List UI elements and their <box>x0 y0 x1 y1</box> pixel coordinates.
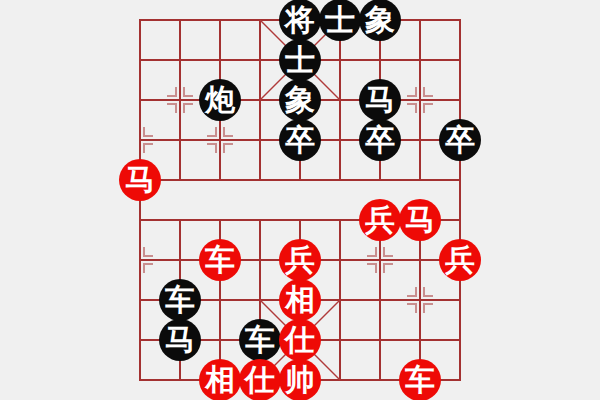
piece-black-soldier[interactable]: 卒 <box>279 119 321 161</box>
piece-red-chariot[interactable]: 车 <box>399 359 441 400</box>
piece-black-general[interactable]: 将 <box>279 0 321 41</box>
piece-black-horse[interactable]: 马 <box>359 79 401 121</box>
piece-red-advisor[interactable]: 仕 <box>279 319 321 361</box>
piece-black-horse[interactable]: 马 <box>159 319 201 361</box>
xiangqi-app: 将士象士炮象马卒卒卒马兵马车兵兵车相马车仕相仕帅车 <box>0 0 600 400</box>
piece-black-advisor[interactable]: 士 <box>279 39 321 81</box>
piece-red-soldier[interactable]: 兵 <box>359 199 401 241</box>
piece-black-soldier[interactable]: 卒 <box>439 119 481 161</box>
piece-black-advisor[interactable]: 士 <box>319 0 361 41</box>
piece-black-elephant[interactable]: 象 <box>359 0 401 41</box>
piece-red-horse[interactable]: 马 <box>119 159 161 201</box>
piece-red-elephant[interactable]: 相 <box>279 279 321 321</box>
piece-red-soldier[interactable]: 兵 <box>439 239 481 281</box>
piece-red-general[interactable]: 帅 <box>279 359 321 400</box>
piece-red-soldier[interactable]: 兵 <box>279 239 321 281</box>
piece-black-chariot[interactable]: 车 <box>239 319 281 361</box>
pieces-layer: 将士象士炮象马卒卒卒马兵马车兵兵车相马车仕相仕帅车 <box>0 0 600 400</box>
piece-black-elephant[interactable]: 象 <box>279 79 321 121</box>
piece-red-chariot[interactable]: 车 <box>199 239 241 281</box>
piece-red-horse[interactable]: 马 <box>399 199 441 241</box>
piece-black-soldier[interactable]: 卒 <box>359 119 401 161</box>
piece-red-elephant[interactable]: 相 <box>199 359 241 400</box>
piece-red-advisor[interactable]: 仕 <box>239 359 281 400</box>
piece-black-cannon[interactable]: 炮 <box>199 79 241 121</box>
piece-black-chariot[interactable]: 车 <box>159 279 201 321</box>
